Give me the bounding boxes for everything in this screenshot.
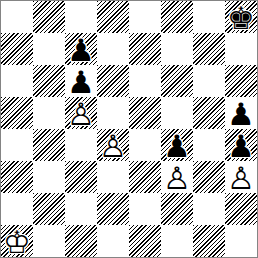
square-b1[interactable] (33, 225, 65, 257)
black-king-icon: ♚ (225, 2, 257, 34)
square-g2[interactable] (193, 193, 225, 225)
chess-board: ♚♚♟♟♟♟♟♙♟♟♟♙♟♟♟♟♟♙♟♙♚♔ (0, 0, 258, 258)
square-c2[interactable] (65, 193, 97, 225)
square-c4[interactable] (65, 129, 97, 161)
black-pawn-icon: ♟ (161, 130, 193, 162)
square-b6[interactable] (33, 65, 65, 97)
square-b4[interactable] (33, 129, 65, 161)
square-d6[interactable] (97, 65, 129, 97)
black-pawn-icon: ♟ (65, 66, 97, 98)
square-e5[interactable] (129, 97, 161, 129)
square-c7[interactable]: ♟♟ (65, 33, 97, 65)
square-c3[interactable] (65, 161, 97, 193)
square-b5[interactable] (33, 97, 65, 129)
black-pawn-icon: ♟ (65, 34, 97, 66)
white-pawn-f3[interactable]: ♟♙ (161, 161, 193, 193)
square-a5[interactable] (1, 97, 33, 129)
square-f6[interactable] (161, 65, 193, 97)
square-g6[interactable] (193, 65, 225, 97)
black-pawn-c6[interactable]: ♟♟ (65, 65, 97, 97)
square-e7[interactable] (129, 33, 161, 65)
white-king-icon: ♔ (1, 226, 33, 258)
square-f5[interactable] (161, 97, 193, 129)
square-h7[interactable] (225, 33, 257, 65)
square-a4[interactable] (1, 129, 33, 161)
square-c6[interactable]: ♟♟ (65, 65, 97, 97)
square-f3[interactable]: ♟♙ (161, 161, 193, 193)
square-h6[interactable] (225, 65, 257, 97)
square-e1[interactable] (129, 225, 161, 257)
square-a3[interactable] (1, 161, 33, 193)
square-c5[interactable]: ♟♙ (65, 97, 97, 129)
white-pawn-icon: ♙ (65, 98, 97, 130)
square-h4[interactable]: ♟♟ (225, 129, 257, 161)
square-a6[interactable] (1, 65, 33, 97)
square-d8[interactable] (97, 1, 129, 33)
black-pawn-icon: ♟ (225, 98, 257, 130)
square-g5[interactable] (193, 97, 225, 129)
square-a1[interactable]: ♚♔ (1, 225, 33, 257)
square-g8[interactable] (193, 1, 225, 33)
square-e2[interactable] (129, 193, 161, 225)
square-h8[interactable]: ♚♚ (225, 1, 257, 33)
square-b2[interactable] (33, 193, 65, 225)
square-a2[interactable] (1, 193, 33, 225)
square-f7[interactable] (161, 33, 193, 65)
square-d1[interactable] (97, 225, 129, 257)
square-b8[interactable] (33, 1, 65, 33)
square-h2[interactable] (225, 193, 257, 225)
square-g3[interactable] (193, 161, 225, 193)
square-b3[interactable] (33, 161, 65, 193)
square-g7[interactable] (193, 33, 225, 65)
square-b7[interactable] (33, 33, 65, 65)
black-king-h8[interactable]: ♚♚ (225, 1, 257, 33)
square-h5[interactable]: ♟♟ (225, 97, 257, 129)
square-a8[interactable] (1, 1, 33, 33)
square-g4[interactable] (193, 129, 225, 161)
square-g1[interactable] (193, 225, 225, 257)
black-pawn-h5[interactable]: ♟♟ (225, 97, 257, 129)
white-pawn-h3[interactable]: ♟♙ (225, 161, 257, 193)
square-e6[interactable] (129, 65, 161, 97)
square-f2[interactable] (161, 193, 193, 225)
square-d5[interactable] (97, 97, 129, 129)
black-pawn-icon: ♟ (225, 130, 257, 162)
square-d7[interactable] (97, 33, 129, 65)
square-e8[interactable] (129, 1, 161, 33)
white-pawn-icon: ♙ (161, 162, 193, 194)
square-d3[interactable] (97, 161, 129, 193)
square-f8[interactable] (161, 1, 193, 33)
square-f1[interactable] (161, 225, 193, 257)
square-h3[interactable]: ♟♙ (225, 161, 257, 193)
square-e4[interactable] (129, 129, 161, 161)
square-h1[interactable] (225, 225, 257, 257)
square-c1[interactable] (65, 225, 97, 257)
square-d2[interactable] (97, 193, 129, 225)
black-pawn-h4[interactable]: ♟♟ (225, 129, 257, 161)
white-pawn-icon: ♙ (97, 130, 129, 162)
white-pawn-d4[interactable]: ♟♙ (97, 129, 129, 161)
square-c8[interactable] (65, 1, 97, 33)
black-pawn-f4[interactable]: ♟♟ (161, 129, 193, 161)
white-pawn-c5[interactable]: ♟♙ (65, 97, 97, 129)
square-f4[interactable]: ♟♟ (161, 129, 193, 161)
white-king-a1[interactable]: ♚♔ (1, 225, 33, 257)
white-pawn-icon: ♙ (225, 162, 257, 194)
black-pawn-c7[interactable]: ♟♟ (65, 33, 97, 65)
square-a7[interactable] (1, 33, 33, 65)
square-e3[interactable] (129, 161, 161, 193)
square-d4[interactable]: ♟♙ (97, 129, 129, 161)
